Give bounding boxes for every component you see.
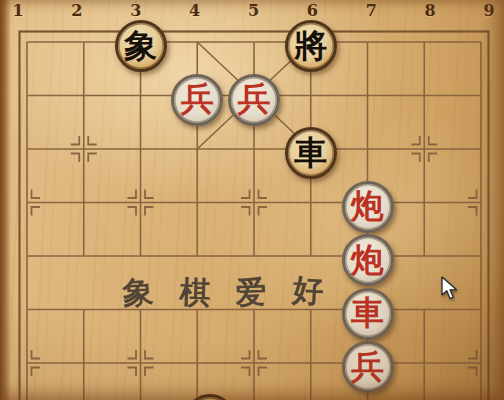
piece-red-soldier[interactable]: 兵 bbox=[342, 341, 394, 393]
piece-glyph: 象 bbox=[124, 29, 157, 62]
piece-glyph: 兵 bbox=[351, 350, 384, 383]
pieces-layer: 象將兵兵車炮炮車兵 bbox=[0, 0, 504, 400]
piece-red-cannon[interactable]: 炮 bbox=[342, 234, 394, 286]
piece-red-soldier[interactable]: 兵 bbox=[228, 74, 280, 126]
piece-black-chariot[interactable]: 車 bbox=[285, 127, 337, 179]
piece-glyph: 車 bbox=[294, 136, 327, 169]
piece-black-general[interactable]: 將 bbox=[285, 20, 337, 72]
xiangqi-app-screen: 123456789 象棋爱好 象將兵兵車炮炮車兵 bbox=[0, 0, 504, 400]
piece-glyph: 炮 bbox=[351, 243, 384, 276]
piece-glyph: 炮 bbox=[351, 189, 384, 222]
piece-red-soldier[interactable]: 兵 bbox=[171, 74, 223, 126]
piece-glyph: 車 bbox=[351, 296, 384, 329]
piece-glyph: 將 bbox=[294, 29, 327, 62]
piece-red-chariot[interactable]: 車 bbox=[342, 288, 394, 340]
piece-glyph: 兵 bbox=[238, 82, 271, 115]
piece-red-cannon[interactable]: 炮 bbox=[342, 181, 394, 233]
piece-unidentified-piece[interactable] bbox=[184, 394, 236, 400]
piece-black-elephant[interactable]: 象 bbox=[115, 20, 167, 72]
mouse-cursor-icon bbox=[440, 276, 462, 302]
piece-glyph: 兵 bbox=[181, 82, 214, 115]
